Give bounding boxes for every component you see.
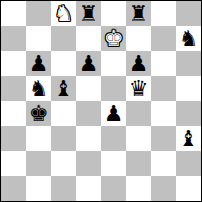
- square-c2: [51, 151, 76, 176]
- square-b3: [26, 126, 51, 151]
- square-h2: [176, 151, 201, 176]
- square-a5: [1, 76, 26, 101]
- black-rook-icon: ♜: [79, 1, 99, 26]
- square-c1: [51, 176, 76, 201]
- square-a6: [1, 51, 26, 76]
- black-pawn-icon: ♟: [29, 51, 49, 76]
- square-e4: ♟: [101, 101, 126, 126]
- black-bishop-icon: ♝: [54, 76, 74, 101]
- square-g2: [151, 151, 176, 176]
- square-d2: [76, 151, 101, 176]
- square-e3: [101, 126, 126, 151]
- square-d4: [76, 101, 101, 126]
- square-b7: [26, 26, 51, 51]
- square-e5: [101, 76, 126, 101]
- black-pawn-icon: ♟: [129, 51, 149, 76]
- square-f1: [126, 176, 151, 201]
- square-f2: [126, 151, 151, 176]
- square-e8: [101, 1, 126, 26]
- square-h4: [176, 101, 201, 126]
- black-bishop-icon: ♝: [179, 126, 199, 151]
- square-d1: [76, 176, 101, 201]
- square-a7: [1, 26, 26, 51]
- black-pawn-icon: ♟: [79, 51, 99, 76]
- square-a8: [1, 1, 26, 26]
- black-pawn-icon: ♟: [104, 101, 124, 126]
- square-h6: [176, 51, 201, 76]
- square-g8: [151, 1, 176, 26]
- square-b1: [26, 176, 51, 201]
- square-c7: [51, 26, 76, 51]
- square-h1: [176, 176, 201, 201]
- black-knight-icon: ♞: [179, 26, 199, 51]
- square-g4: [151, 101, 176, 126]
- square-h3: ♝: [176, 126, 201, 151]
- square-d8: ♜: [76, 1, 101, 26]
- square-c8: ♞: [51, 1, 76, 26]
- square-g3: [151, 126, 176, 151]
- square-a3: [1, 126, 26, 151]
- square-e6: [101, 51, 126, 76]
- square-f5: ♛: [126, 76, 151, 101]
- square-h5: [176, 76, 201, 101]
- square-a4: [1, 101, 26, 126]
- square-c4: [51, 101, 76, 126]
- square-d6: ♟: [76, 51, 101, 76]
- square-g6: [151, 51, 176, 76]
- square-g5: [151, 76, 176, 101]
- square-a2: [1, 151, 26, 176]
- square-g7: [151, 26, 176, 51]
- chess-board: ♞♜♜♚♞♟♟♟♞♝♛♚♟♝: [0, 0, 202, 202]
- square-d3: [76, 126, 101, 151]
- square-e7: ♚: [101, 26, 126, 51]
- square-f6: ♟: [126, 51, 151, 76]
- square-h8: [176, 1, 201, 26]
- black-knight-icon: ♞: [29, 76, 49, 101]
- square-c5: ♝: [51, 76, 76, 101]
- square-b8: [26, 1, 51, 26]
- white-king-icon: ♚: [104, 26, 124, 51]
- square-b4: ♚: [26, 101, 51, 126]
- square-g1: [151, 176, 176, 201]
- square-d7: [76, 26, 101, 51]
- square-b2: [26, 151, 51, 176]
- square-f4: [126, 101, 151, 126]
- square-d5: [76, 76, 101, 101]
- black-king-icon: ♚: [29, 101, 49, 126]
- square-a1: [1, 176, 26, 201]
- square-f3: [126, 126, 151, 151]
- square-b6: ♟: [26, 51, 51, 76]
- black-queen-icon: ♛: [129, 76, 149, 101]
- square-f7: [126, 26, 151, 51]
- square-c3: [51, 126, 76, 151]
- square-e1: [101, 176, 126, 201]
- square-b5: ♞: [26, 76, 51, 101]
- square-f8: ♜: [126, 1, 151, 26]
- black-rook-icon: ♜: [129, 1, 149, 26]
- square-c6: [51, 51, 76, 76]
- square-h7: ♞: [176, 26, 201, 51]
- white-knight-icon: ♞: [54, 1, 74, 26]
- square-e2: [101, 151, 126, 176]
